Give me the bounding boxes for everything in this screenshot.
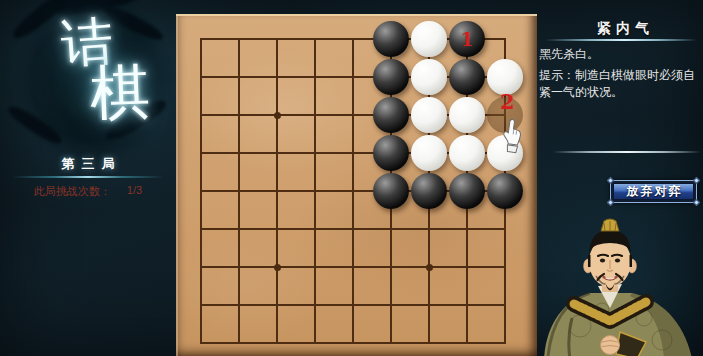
resign-button[interactable]: 放弃对弈	[610, 180, 697, 203]
go-stone-black	[411, 173, 447, 209]
calligraphy-title-char2: 棋	[89, 61, 151, 123]
game-screen: 诘 棋 第三局 此局挑战次数： 1/3 12 紧内气 黑先杀白。 提示：制造白棋…	[0, 0, 703, 356]
left-sidebar: 诘 棋 第三局 此局挑战次数： 1/3	[0, 0, 176, 356]
hint-text: 提示：制造白棋做眼时必须自紧一气的状况。	[539, 67, 703, 101]
puzzle-title: 紧内气	[543, 20, 703, 38]
title-divider	[545, 39, 697, 41]
go-stone-black	[373, 59, 409, 95]
section-divider	[553, 151, 701, 153]
button-corner-stud	[693, 177, 700, 184]
star-point	[274, 264, 281, 271]
attempts-value: 1/3	[127, 184, 142, 199]
button-corner-stud	[693, 199, 700, 206]
go-stone-white	[449, 97, 485, 133]
go-stone-white	[411, 21, 447, 57]
button-corner-stud	[607, 199, 614, 206]
go-stone-white	[449, 135, 485, 171]
attempts-row: 此局挑战次数： 1/3	[0, 184, 176, 199]
attempts-label: 此局挑战次数：	[34, 184, 111, 199]
go-stone-black	[373, 135, 409, 171]
task-text: 黑先杀白。	[539, 46, 701, 63]
star-point	[274, 112, 281, 119]
go-stone-black	[373, 97, 409, 133]
stones-layer: 12	[176, 14, 537, 356]
go-stone-black: 1	[449, 21, 485, 57]
ink-splash-art: 诘 棋	[0, 0, 176, 165]
go-stone-black	[373, 21, 409, 57]
go-stone-white	[411, 97, 447, 133]
go-stone-white	[411, 59, 447, 95]
next-move-number-label: 2	[500, 89, 515, 114]
go-stone-black	[449, 173, 485, 209]
sidebar-divider	[12, 176, 164, 178]
go-stone-black	[373, 173, 409, 209]
round-label: 第三局	[0, 155, 176, 173]
move-number-label: 1	[449, 21, 485, 57]
go-stone-black	[487, 173, 523, 209]
go-stone-black	[449, 59, 485, 95]
star-point	[426, 264, 433, 271]
advisor-portrait	[544, 218, 703, 356]
go-board[interactable]: 12	[176, 14, 537, 356]
go-stone-white	[411, 135, 447, 171]
resign-button-label: 放弃对弈	[613, 183, 694, 200]
